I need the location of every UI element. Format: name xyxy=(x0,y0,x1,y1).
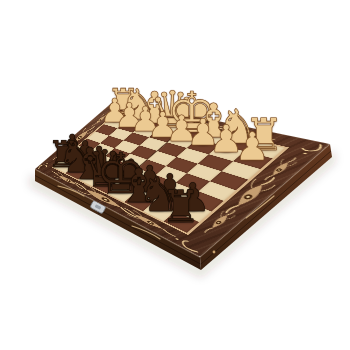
piece-black-rook-h8[interactable]: ♜ xyxy=(161,185,200,229)
piece-white-pawn-h2[interactable]: ♟ xyxy=(235,127,270,166)
pieces-layer: ♜♞♝♛♚♝♞♜♟♟♟♟♟♟♟♟♟♟♟♟♟♟♟♟♜♞♝♛♚♝♞♜ xyxy=(0,0,350,350)
chess-set-photo: ♜♞♝♛♚♝♞♜♟♟♟♟♟♟♟♟♟♟♟♟♟♟♟♟♜♞♝♛♚♝♞♜ xyxy=(0,0,350,350)
